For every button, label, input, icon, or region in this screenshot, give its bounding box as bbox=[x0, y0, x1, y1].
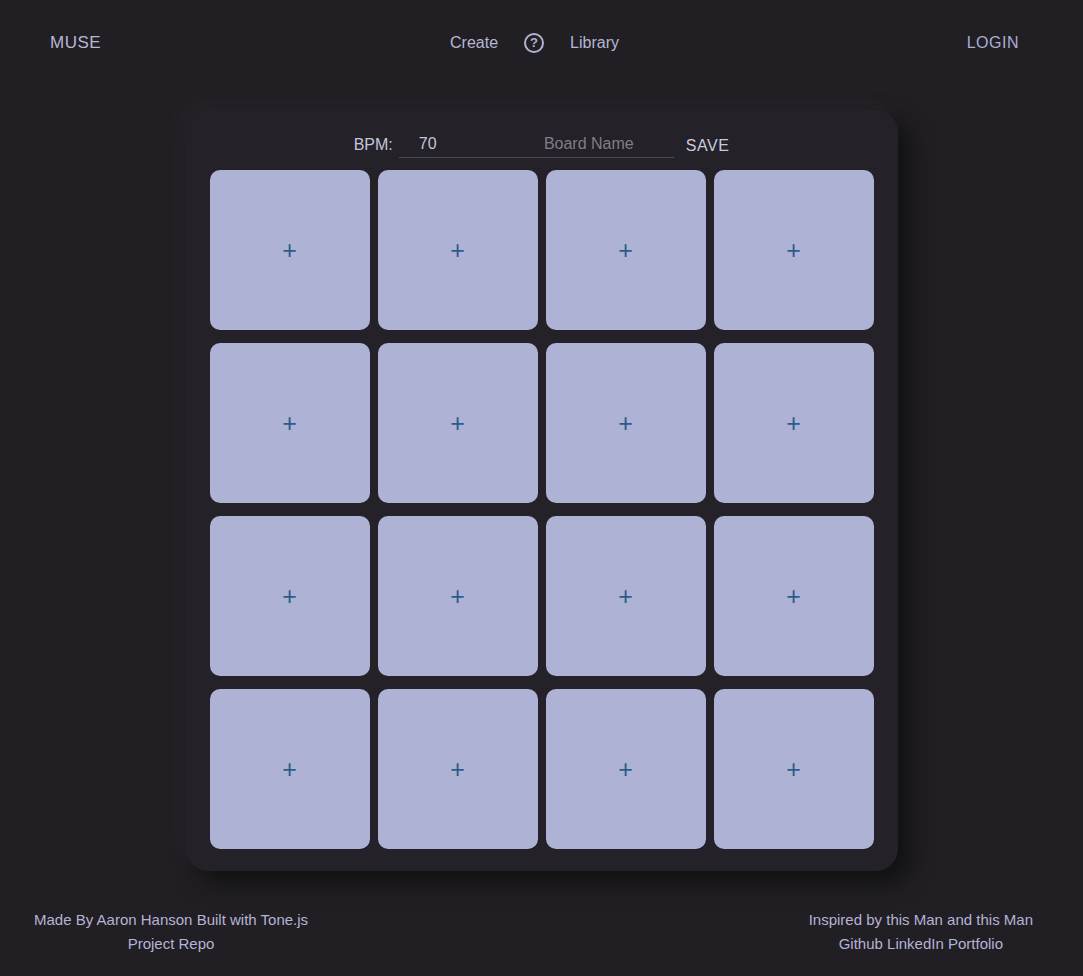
inspired-line: Inspired by this Man and this Man bbox=[809, 908, 1033, 932]
linkedin-link[interactable]: LinkedIn bbox=[887, 935, 944, 952]
nav-left: MUSE bbox=[50, 33, 450, 53]
pad-cell-r3c3[interactable]: + bbox=[546, 516, 706, 676]
pad-cell-r3c1[interactable]: + bbox=[210, 516, 370, 676]
bpm-input[interactable] bbox=[399, 130, 504, 158]
pad-cell-r4c3[interactable]: + bbox=[546, 689, 706, 849]
pad-cell-r1c1[interactable]: + bbox=[210, 170, 370, 330]
nav-create-link[interactable]: Create bbox=[450, 34, 498, 52]
pad-cell-r2c3[interactable]: + bbox=[546, 343, 706, 503]
pad-cell-r4c4[interactable]: + bbox=[714, 689, 874, 849]
portfolio-link[interactable]: Portfolio bbox=[948, 935, 1003, 952]
brand-logo[interactable]: MUSE bbox=[50, 33, 101, 52]
pad-cell-r3c4[interactable]: + bbox=[714, 516, 874, 676]
board-name-input[interactable] bbox=[504, 130, 674, 158]
footer: Made By Aaron Hanson Built with Tone.js … bbox=[0, 908, 1083, 956]
nav-center: Create ? Library bbox=[450, 33, 619, 53]
bpm-label: BPM: bbox=[354, 136, 393, 158]
top-nav: MUSE Create ? Library LOGIN bbox=[0, 0, 1083, 85]
author-link[interactable]: Aaron Hanson bbox=[97, 911, 193, 928]
inspired-by-text: Inspired by bbox=[809, 911, 882, 928]
nav-library-link[interactable]: Library bbox=[570, 34, 619, 52]
built-with-text: Built with bbox=[197, 911, 257, 928]
made-by-line: Made By Aaron Hanson Built with Tone.js bbox=[34, 908, 308, 932]
made-by-text: Made By bbox=[34, 911, 93, 928]
tonejs-link[interactable]: Tone.js bbox=[261, 911, 309, 928]
pad-cell-r2c4[interactable]: + bbox=[714, 343, 874, 503]
pad-cell-r4c2[interactable]: + bbox=[378, 689, 538, 849]
pad-cell-r1c4[interactable]: + bbox=[714, 170, 874, 330]
save-button[interactable]: SAVE bbox=[686, 137, 730, 158]
and-text: and bbox=[947, 911, 972, 928]
this-man-link-2[interactable]: this Man bbox=[976, 911, 1033, 928]
nav-right: LOGIN bbox=[619, 34, 1019, 52]
pad-cell-r2c2[interactable]: + bbox=[378, 343, 538, 503]
controls-row: BPM: SAVE bbox=[210, 130, 874, 158]
this-man-link-1[interactable]: this Man bbox=[886, 911, 943, 928]
soundboard-panel: BPM: SAVE ++++++++++++++++ bbox=[186, 110, 898, 871]
footer-left: Made By Aaron Hanson Built with Tone.js … bbox=[34, 908, 308, 956]
pad-cell-r3c2[interactable]: + bbox=[378, 516, 538, 676]
project-repo-link[interactable]: Project Repo bbox=[128, 935, 215, 952]
pad-cell-r4c1[interactable]: + bbox=[210, 689, 370, 849]
pad-cell-r1c3[interactable]: + bbox=[546, 170, 706, 330]
pad-cell-r2c1[interactable]: + bbox=[210, 343, 370, 503]
github-link[interactable]: Github bbox=[839, 935, 883, 952]
profile-links-line: Github LinkedIn Portfolio bbox=[809, 932, 1033, 956]
help-icon[interactable]: ? bbox=[524, 33, 544, 53]
footer-right: Inspired by this Man and this Man Github… bbox=[809, 908, 1033, 956]
login-link[interactable]: LOGIN bbox=[967, 34, 1019, 51]
pad-grid: ++++++++++++++++ bbox=[210, 170, 874, 849]
pad-cell-r1c2[interactable]: + bbox=[378, 170, 538, 330]
